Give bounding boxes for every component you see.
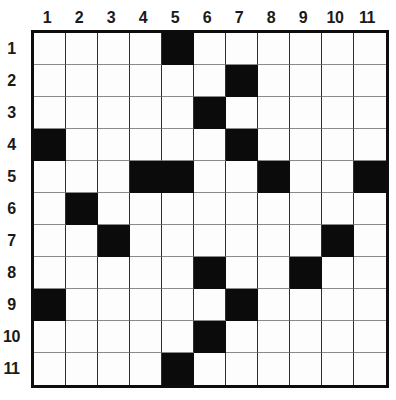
cell-r2-c4[interactable] <box>130 65 162 97</box>
cell-r7-c11[interactable] <box>354 225 386 257</box>
cell-r9-c7-black <box>226 289 258 321</box>
row-labels: 1234567891011 <box>0 30 31 388</box>
cell-r3-c11[interactable] <box>354 97 386 129</box>
cell-r6-c8[interactable] <box>258 193 290 225</box>
cell-r1-c8[interactable] <box>258 33 290 65</box>
cell-r4-c4[interactable] <box>130 129 162 161</box>
cell-r3-c1[interactable] <box>34 97 66 129</box>
cell-r9-c6[interactable] <box>194 289 226 321</box>
cell-r2-c5[interactable] <box>162 65 194 97</box>
cell-r6-c5[interactable] <box>162 193 194 225</box>
cell-r7-c2[interactable] <box>66 225 98 257</box>
cell-r10-c4[interactable] <box>130 321 162 353</box>
col-label-11: 11 <box>351 9 383 30</box>
cell-r5-c6[interactable] <box>194 161 226 193</box>
cell-r6-c4[interactable] <box>130 193 162 225</box>
cell-r4-c11[interactable] <box>354 129 386 161</box>
cell-r9-c4[interactable] <box>130 289 162 321</box>
cell-r11-c10[interactable] <box>322 353 354 385</box>
cell-r1-c7[interactable] <box>226 33 258 65</box>
cell-r2-c9[interactable] <box>290 65 322 97</box>
cell-r7-c7[interactable] <box>226 225 258 257</box>
cell-r6-c10[interactable] <box>322 193 354 225</box>
cell-r11-c4[interactable] <box>130 353 162 385</box>
cell-r7-c5[interactable] <box>162 225 194 257</box>
cell-r2-c11[interactable] <box>354 65 386 97</box>
cell-r10-c9[interactable] <box>290 321 322 353</box>
cell-r5-c3[interactable] <box>98 161 130 193</box>
col-label-3: 3 <box>95 9 127 30</box>
col-label-8: 8 <box>255 9 287 30</box>
col-label-2: 2 <box>63 9 95 30</box>
cell-r10-c10[interactable] <box>322 321 354 353</box>
cell-r11-c9[interactable] <box>290 353 322 385</box>
row-label-7: 7 <box>0 225 31 257</box>
cell-r7-c1[interactable] <box>34 225 66 257</box>
cell-r6-c11[interactable] <box>354 193 386 225</box>
cell-r6-c6[interactable] <box>194 193 226 225</box>
cell-r5-c11-black <box>354 161 386 193</box>
row-label-9: 9 <box>0 289 31 321</box>
cell-r3-c2[interactable] <box>66 97 98 129</box>
cell-r3-c3[interactable] <box>98 97 130 129</box>
cell-r3-c5[interactable] <box>162 97 194 129</box>
cell-r11-c1[interactable] <box>34 353 66 385</box>
row-label-2: 2 <box>0 65 31 97</box>
col-label-6: 6 <box>191 9 223 30</box>
cell-r4-c7-black <box>226 129 258 161</box>
cell-r6-c1[interactable] <box>34 193 66 225</box>
cell-r3-c4[interactable] <box>130 97 162 129</box>
cell-r8-c11[interactable] <box>354 257 386 289</box>
col-label-10: 10 <box>319 9 351 30</box>
cell-r7-c10-black <box>322 225 354 257</box>
cell-r8-c3[interactable] <box>98 257 130 289</box>
cell-r2-c3[interactable] <box>98 65 130 97</box>
cell-r7-c3-black <box>98 225 130 257</box>
col-label-5: 5 <box>159 9 191 30</box>
cell-r3-c7[interactable] <box>226 97 258 129</box>
row-label-3: 3 <box>0 97 31 129</box>
cell-r4-c8[interactable] <box>258 129 290 161</box>
cell-r4-c9[interactable] <box>290 129 322 161</box>
cell-r9-c1-black <box>34 289 66 321</box>
col-label-1: 1 <box>31 9 63 30</box>
cell-r1-c11[interactable] <box>354 33 386 65</box>
cell-r7-c9[interactable] <box>290 225 322 257</box>
cell-r5-c8-black <box>258 161 290 193</box>
cell-r8-c8[interactable] <box>258 257 290 289</box>
cell-r5-c5-black <box>162 161 194 193</box>
cell-r4-c6[interactable] <box>194 129 226 161</box>
cell-r7-c4[interactable] <box>130 225 162 257</box>
cell-r11-c11[interactable] <box>354 353 386 385</box>
cell-r7-c8[interactable] <box>258 225 290 257</box>
cell-r1-c5-black <box>162 33 194 65</box>
cell-r6-c3[interactable] <box>98 193 130 225</box>
cell-r10-c1[interactable] <box>34 321 66 353</box>
cell-r9-c2[interactable] <box>66 289 98 321</box>
cell-r5-c9[interactable] <box>290 161 322 193</box>
cell-r3-c8[interactable] <box>258 97 290 129</box>
row-label-5: 5 <box>0 161 31 193</box>
cell-r11-c6[interactable] <box>194 353 226 385</box>
corner-spacer <box>0 0 31 30</box>
cell-r10-c3[interactable] <box>98 321 130 353</box>
cell-r1-c2[interactable] <box>66 33 98 65</box>
cell-r6-c9[interactable] <box>290 193 322 225</box>
cell-r1-c1[interactable] <box>34 33 66 65</box>
row-label-1: 1 <box>0 33 31 65</box>
cell-r10-c5[interactable] <box>162 321 194 353</box>
puzzle-board: 1234567891011 1234567891011 <box>0 0 388 388</box>
cell-r2-c7-black <box>226 65 258 97</box>
cell-r3-c10[interactable] <box>322 97 354 129</box>
cell-r8-c6-black <box>194 257 226 289</box>
cell-r8-c10[interactable] <box>322 257 354 289</box>
crossword-grid <box>31 30 389 388</box>
cell-r8-c5[interactable] <box>162 257 194 289</box>
cell-r9-c9[interactable] <box>290 289 322 321</box>
cell-r9-c3[interactable] <box>98 289 130 321</box>
cell-r9-c11[interactable] <box>354 289 386 321</box>
cell-r8-c7[interactable] <box>226 257 258 289</box>
cell-r1-c10[interactable] <box>322 33 354 65</box>
cell-r10-c7[interactable] <box>226 321 258 353</box>
cell-r6-c2-black <box>66 193 98 225</box>
cell-r5-c2[interactable] <box>66 161 98 193</box>
cell-r9-c10[interactable] <box>322 289 354 321</box>
cell-r8-c1[interactable] <box>34 257 66 289</box>
cell-r10-c2[interactable] <box>66 321 98 353</box>
cell-r5-c10[interactable] <box>322 161 354 193</box>
row-label-11: 11 <box>0 353 31 385</box>
column-labels: 1234567891011 <box>31 0 389 30</box>
cell-r5-c1[interactable] <box>34 161 66 193</box>
row-label-6: 6 <box>0 193 31 225</box>
cell-r9-c5[interactable] <box>162 289 194 321</box>
cell-r4-c10[interactable] <box>322 129 354 161</box>
cell-r2-c8[interactable] <box>258 65 290 97</box>
cell-r11-c3[interactable] <box>98 353 130 385</box>
cell-r4-c1-black <box>34 129 66 161</box>
cell-r8-c9-black <box>290 257 322 289</box>
row-label-4: 4 <box>0 129 31 161</box>
cell-r9-c8[interactable] <box>258 289 290 321</box>
cell-r3-c6-black <box>194 97 226 129</box>
col-label-9: 9 <box>287 9 319 30</box>
cell-r2-c2[interactable] <box>66 65 98 97</box>
cell-r1-c9[interactable] <box>290 33 322 65</box>
cell-r7-c6[interactable] <box>194 225 226 257</box>
cell-r1-c6[interactable] <box>194 33 226 65</box>
cell-r4-c5[interactable] <box>162 129 194 161</box>
cell-r2-c1[interactable] <box>34 65 66 97</box>
col-label-4: 4 <box>127 9 159 30</box>
cell-r1-c4[interactable] <box>130 33 162 65</box>
cell-r11-c7[interactable] <box>226 353 258 385</box>
cell-r11-c8[interactable] <box>258 353 290 385</box>
cell-r2-c6[interactable] <box>194 65 226 97</box>
cell-r1-c3[interactable] <box>98 33 130 65</box>
cell-r8-c2[interactable] <box>66 257 98 289</box>
cell-r11-c5-black <box>162 353 194 385</box>
row-label-10: 10 <box>0 321 31 353</box>
row-label-8: 8 <box>0 257 31 289</box>
cell-r4-c2[interactable] <box>66 129 98 161</box>
cell-r10-c6-black <box>194 321 226 353</box>
cell-r8-c4[interactable] <box>130 257 162 289</box>
cell-r5-c4-black <box>130 161 162 193</box>
cell-r11-c2[interactable] <box>66 353 98 385</box>
cell-r2-c10[interactable] <box>322 65 354 97</box>
cell-r6-c7[interactable] <box>226 193 258 225</box>
cell-r4-c3[interactable] <box>98 129 130 161</box>
col-label-7: 7 <box>223 9 255 30</box>
cell-r10-c11[interactable] <box>354 321 386 353</box>
cell-r5-c7[interactable] <box>226 161 258 193</box>
cell-r10-c8[interactable] <box>258 321 290 353</box>
cell-r3-c9[interactable] <box>290 97 322 129</box>
